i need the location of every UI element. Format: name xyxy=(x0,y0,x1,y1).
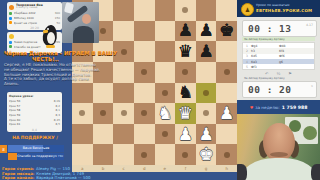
row-label: Сбербанк 2202 xyxy=(14,11,55,15)
list-item: ЮMoney 4100150 xyxy=(7,16,62,21)
move-row[interactable]: 4Кe3g6 xyxy=(243,59,314,64)
stats-value: 1 759 988 xyxy=(282,105,308,110)
support-progress-bar: Ваня Васильев xyxy=(8,145,64,152)
square-f1[interactable] xyxy=(175,144,196,165)
game-side-panel: 00 : 13 4.17 За Айпад Храмцову Артёму 1Ф… xyxy=(237,17,320,100)
stream-headline: Чёрная Дырочка - ИГРАЕМ В ВАШУ ЧЕСТЬ!.. xyxy=(4,50,132,63)
main-webcam xyxy=(237,114,320,180)
row-value: 8,2 xyxy=(56,104,60,108)
donation-time: 1 минуту назад xyxy=(16,7,43,10)
black-queen-f6[interactable]: ♛ xyxy=(175,41,196,62)
headline-line1: Чёрная Дырочка - ИГРАЕМ В ВАШУ xyxy=(4,50,132,56)
black-pawn-g6[interactable]: ♟ xyxy=(196,41,217,62)
square-d4[interactable] xyxy=(134,83,155,104)
white-move[interactable]: h3 xyxy=(251,49,279,53)
square-g6[interactable]: ♟ xyxy=(196,41,217,62)
square-d6[interactable] xyxy=(134,41,155,62)
square-b3[interactable] xyxy=(93,103,114,124)
square-g5[interactable] xyxy=(196,62,217,83)
square-g7[interactable]: ♟ xyxy=(196,21,217,42)
move-number: 5 xyxy=(243,65,251,69)
heart-icon: ♥ xyxy=(250,105,254,110)
hero-label: Герои канала: xyxy=(2,175,34,180)
square-d5[interactable] xyxy=(134,62,155,83)
plant-icon xyxy=(303,126,317,140)
square-f8[interactable] xyxy=(175,0,196,21)
square-f3[interactable]: ♛ xyxy=(175,103,196,124)
square-d3[interactable] xyxy=(134,103,155,124)
white-move[interactable]: Кd5 xyxy=(251,54,279,58)
white-move[interactable]: Фf3 xyxy=(251,65,279,69)
lesson-rating-card: Оценка урока: Урок 568,09Урок 578,2Урок … xyxy=(7,92,62,132)
list-item: Урок 568,09 xyxy=(7,99,62,104)
square-h8[interactable] xyxy=(216,0,237,21)
white-pawn-f2[interactable]: ♟ xyxy=(175,124,196,145)
row-label: Урок 60 xyxy=(9,118,54,122)
weekly-stats-band: ♥ за неделю: 1 759 988 xyxy=(237,100,320,114)
game-action-buttons[interactable]: ↶½⚑ xyxy=(242,71,315,76)
square-g4[interactable] xyxy=(196,83,217,104)
poll-title: Оценка урока: xyxy=(7,92,62,99)
square-h6[interactable] xyxy=(216,41,237,62)
square-e7[interactable] xyxy=(155,21,176,42)
stream-screen: ♟♟♚♛♟♞♞♛♟♟♟♚ abcdefgh Творожная Яна 1 ми… xyxy=(0,0,320,180)
square-c1[interactable] xyxy=(113,144,134,165)
list-item: Урок 578,2 xyxy=(7,104,62,109)
white-king-g1[interactable]: ♚ xyxy=(196,144,217,165)
black-king-h7[interactable]: ♚ xyxy=(216,21,237,42)
list-item: Урок 588,1 xyxy=(7,108,62,113)
row-value: 8,45 xyxy=(54,118,60,122)
right-panel: ♟ Уроки по шахматам ЕВГЕНЬЕВ.УРОКИ.СОМ 0… xyxy=(237,0,320,180)
chair-right xyxy=(311,164,320,180)
support-chip: 8 xyxy=(0,145,7,153)
white-move[interactable]: Кe3 xyxy=(251,60,279,64)
black-move[interactable]: Фd8 xyxy=(279,44,307,48)
row-value: 8,5 xyxy=(56,122,60,126)
square-b2[interactable] xyxy=(93,124,114,145)
penguin-mascot xyxy=(39,24,62,48)
row-label: Урок 57 xyxy=(9,104,56,108)
move-list[interactable]: 1Фg4Фd82h3Кf43Кd5Фf64Кe3g65Фf3 xyxy=(242,42,315,70)
move-number: 1 xyxy=(243,44,251,48)
hero-line: Герои канала:Варвара Платонова — 500 xyxy=(2,175,238,180)
row-icon xyxy=(9,41,12,44)
square-e6[interactable] xyxy=(155,41,176,62)
square-c3[interactable] xyxy=(113,103,134,124)
list-item: Урок 598,3 xyxy=(7,113,62,118)
square-d1[interactable] xyxy=(134,144,155,165)
support-bar2-value: 9 730 xyxy=(55,153,63,160)
message-line: Аминь. xyxy=(4,82,128,87)
avatar xyxy=(9,5,14,10)
black-move[interactable]: Кf4 xyxy=(279,49,307,53)
move-number: 3 xyxy=(243,54,251,58)
pawn-coin-icon: ♟ xyxy=(241,3,254,16)
square-d7[interactable] xyxy=(134,21,155,42)
square-h5[interactable] xyxy=(216,62,237,83)
list-item: Сбербанк 2202300 xyxy=(7,11,62,16)
square-g1[interactable]: ♚ xyxy=(196,144,217,165)
clock-black-time: 00 : 13 xyxy=(248,23,292,34)
row-value: 8,09 xyxy=(54,99,60,103)
move-row[interactable]: 5Фf3 xyxy=(243,64,314,69)
square-a1[interactable] xyxy=(72,144,93,165)
takeback-icon[interactable]: ↶ xyxy=(265,71,268,76)
row-icon xyxy=(9,17,12,20)
square-f6[interactable]: ♛ xyxy=(175,41,196,62)
banner-line1: Уроки по шахматам xyxy=(256,3,318,7)
square-h1[interactable] xyxy=(216,144,237,165)
square-g3[interactable] xyxy=(196,103,217,124)
square-f7[interactable]: ♟ xyxy=(175,21,196,42)
list-item: Урок 608,45 xyxy=(7,117,62,122)
support-bar1-label: Ваня Васильев xyxy=(8,145,64,152)
square-c8[interactable] xyxy=(113,0,134,21)
square-e5[interactable] xyxy=(155,62,176,83)
streamer-message: Сергей, я НЕ показываю. Но ответственнон… xyxy=(4,63,128,87)
square-h2[interactable] xyxy=(216,124,237,145)
warning-icon xyxy=(9,34,14,39)
row-label: Урок 59 xyxy=(9,113,56,117)
white-queen-f3[interactable]: ♛ xyxy=(175,103,196,124)
hero-value: Варвара Платонова — 500 xyxy=(36,175,90,180)
square-g2[interactable]: ♟ xyxy=(196,124,217,145)
square-f5[interactable] xyxy=(175,62,196,83)
square-c7[interactable] xyxy=(113,21,134,42)
row-icon xyxy=(9,12,12,15)
support-title: НА ПОДДЕРЖКУ / xyxy=(8,135,62,140)
square-h4[interactable] xyxy=(216,83,237,104)
white-pawn-g2[interactable]: ♟ xyxy=(196,124,217,145)
clock-black-corner: 4.17 xyxy=(306,23,313,27)
stats-label: за неделю: xyxy=(255,105,280,110)
clock-white-corner: » xyxy=(311,84,313,88)
square-e4[interactable] xyxy=(155,83,176,104)
row-icon xyxy=(9,21,12,24)
square-c2[interactable] xyxy=(113,124,134,145)
donation-rows: Сбербанк 2202300ЮMoney 4100150Донат на с… xyxy=(7,11,62,25)
clock-white: 00 : 20 » xyxy=(242,81,317,98)
draw-icon[interactable]: ½ xyxy=(276,71,280,76)
row-icon xyxy=(9,45,12,48)
person-torso xyxy=(73,26,94,43)
black-pawn-g7[interactable]: ♟ xyxy=(196,21,217,42)
square-f2[interactable]: ♟ xyxy=(175,124,196,145)
square-e3[interactable]: ♞ xyxy=(155,103,176,124)
row-value: 300 xyxy=(55,11,60,15)
square-b1[interactable] xyxy=(93,144,114,165)
square-f4[interactable]: ♞ xyxy=(175,83,196,104)
person-head xyxy=(82,14,91,24)
card2-title xyxy=(16,35,17,38)
resign-flag-icon[interactable]: ⚑ xyxy=(288,71,292,76)
row-label: Урок 61 xyxy=(9,122,56,126)
move-row[interactable]: 2h3Кf4 xyxy=(243,48,314,53)
row-value: 8,3 xyxy=(56,113,60,117)
chair-left xyxy=(237,164,247,180)
square-h3[interactable]: ♟ xyxy=(216,103,237,124)
player-top-label: За Айпад Храмцову Артёму xyxy=(242,37,315,42)
row-label: Урок 56 xyxy=(9,99,54,103)
streamer-shoulders xyxy=(239,158,319,180)
square-e2[interactable] xyxy=(155,124,176,145)
square-a2[interactable] xyxy=(72,124,93,145)
move-number: 4 xyxy=(243,60,251,64)
black-move[interactable]: g6 xyxy=(279,60,307,64)
move-row[interactable]: 1Фg4Фd8 xyxy=(243,43,314,48)
square-e1[interactable] xyxy=(155,144,176,165)
white-move[interactable]: Фg4 xyxy=(251,44,279,48)
player-bottom-label: За Айпад Храмцову Артёму xyxy=(242,76,315,81)
white-knight-e3[interactable]: ♞ xyxy=(155,103,176,124)
square-d8[interactable] xyxy=(134,0,155,21)
heroes-list: Герои стрима:Alexey Pig — 150Герои месяц… xyxy=(2,166,238,180)
row-label: ЮMoney 4100 xyxy=(14,16,55,20)
thanks-progress-bar: Спасибо за поддержку 9 730 xyxy=(8,153,64,160)
clock-white-time: 00 : 20 xyxy=(248,84,292,95)
white-pawn-h3[interactable]: ♟ xyxy=(216,103,237,124)
move-number: 2 xyxy=(243,49,251,53)
poll-rows: Урок 568,09Урок 578,2Урок 588,1Урок 598,… xyxy=(7,99,62,127)
banner-site: ЕВГЕНЬЕВ.УРОКИ.СОМ xyxy=(256,8,318,13)
square-a3[interactable] xyxy=(72,103,93,124)
square-h7[interactable]: ♚ xyxy=(216,21,237,42)
row-label: Урок 58 xyxy=(9,108,56,112)
black-pawn-f7[interactable]: ♟ xyxy=(175,21,196,42)
list-item: Урок 618,5 xyxy=(7,122,62,127)
held-object xyxy=(64,2,74,14)
square-g8[interactable] xyxy=(196,0,217,21)
clock-black: 00 : 13 4.17 xyxy=(242,20,317,37)
streamer-brow-shadow xyxy=(270,152,288,157)
move-row[interactable]: 3Кd5Фf6 xyxy=(243,54,314,59)
secondary-webcam xyxy=(62,2,99,43)
row-value: 150 xyxy=(55,16,60,20)
square-e8[interactable] xyxy=(155,0,176,21)
black-move[interactable]: Фf6 xyxy=(279,54,307,58)
square-d2[interactable] xyxy=(134,124,155,145)
lessons-banner[interactable]: ♟ Уроки по шахматам ЕВГЕНЬЕВ.УРОКИ.СОМ xyxy=(237,0,320,17)
black-knight-f4[interactable]: ♞ xyxy=(175,83,196,104)
row-value: 8,1 xyxy=(56,108,60,112)
poll-footer: 8,4 xyxy=(7,128,62,132)
